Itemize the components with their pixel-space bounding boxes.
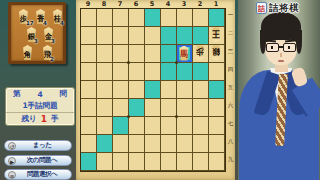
board-square-8-6[interactable]	[97, 99, 113, 117]
board-square-3-2[interactable]	[177, 27, 193, 45]
problem-select-button-label: 問題選択へ	[16, 170, 68, 179]
hoshi-dot	[175, 115, 178, 118]
board-square-4-7[interactable]	[161, 117, 177, 135]
gote-hand-count-金: 3	[51, 38, 55, 44]
board-square-3-1[interactable]	[177, 9, 193, 27]
board-square-3-8[interactable]	[177, 135, 193, 153]
board-square-6-8[interactable]	[129, 135, 145, 153]
board-square-6-7[interactable]	[129, 117, 145, 135]
problem-prefix: 第	[13, 89, 21, 99]
board-square-3-9[interactable]	[177, 153, 193, 171]
logo-title: 詰将棋	[269, 2, 299, 15]
next-problem-button[interactable]: ▶ 次の問題へ	[4, 155, 72, 166]
board-square-7-5[interactable]	[113, 81, 129, 99]
board-square-3-5[interactable]	[177, 81, 193, 99]
undo-icon: ↺	[8, 142, 16, 150]
board-square-1-4[interactable]	[209, 63, 225, 81]
character-panel	[238, 0, 320, 180]
board-square-4-9[interactable]	[161, 153, 177, 171]
board-square-9-6[interactable]	[81, 99, 97, 117]
board-square-5-6[interactable]	[145, 99, 161, 117]
board-square-1-6[interactable]	[209, 99, 225, 117]
logo-icon: 詰	[256, 2, 267, 14]
rank-label-2: 二	[226, 30, 235, 37]
gote-hand-count-歩: 17	[26, 20, 34, 26]
board-square-3-6[interactable]	[177, 99, 193, 117]
board-piece-銀-1-3[interactable]: 銀	[208, 44, 224, 62]
next-icon: ▶	[8, 157, 16, 165]
board-square-7-7[interactable]	[113, 117, 129, 135]
board-square-8-1[interactable]	[97, 9, 113, 27]
hair-side-right	[296, 30, 302, 54]
eye-left	[271, 46, 273, 49]
rank-label-9: 九	[226, 156, 235, 163]
board-square-8-2[interactable]	[97, 27, 113, 45]
board-square-3-4[interactable]	[177, 63, 193, 81]
file-label-6: 6	[128, 0, 144, 8]
board-square-4-5[interactable]	[161, 81, 177, 99]
next-problem-button-label: 次の問題へ	[16, 156, 68, 165]
board-square-7-2[interactable]	[113, 27, 129, 45]
board-square-6-2[interactable]	[129, 27, 145, 45]
board-square-9-9[interactable]	[81, 153, 97, 171]
board-square-2-7[interactable]	[193, 117, 209, 135]
tsume-shogi-app: 歩17香4桂4銀3金3角飛2 金 第 4 問 1手詰問題 残り 1 手 ↺ まっ…	[0, 0, 320, 180]
board-square-6-1[interactable]	[129, 9, 145, 27]
file-label-5: 5	[144, 0, 160, 8]
nose	[280, 53, 282, 57]
board-square-4-2[interactable]	[161, 27, 177, 45]
problem-number: 4	[37, 90, 42, 99]
remaining-count: 1	[41, 114, 47, 124]
board-square-9-4[interactable]	[81, 63, 97, 81]
board-square-4-6[interactable]	[161, 99, 177, 117]
board-square-7-3[interactable]	[113, 45, 129, 63]
file-label-8: 8	[96, 0, 112, 8]
board-square-2-9[interactable]	[193, 153, 209, 171]
file-label-9: 9	[80, 0, 96, 8]
rank-label-3: 三	[226, 48, 235, 55]
board-square-1-8[interactable]	[209, 135, 225, 153]
board-square-2-2[interactable]	[193, 27, 209, 45]
remaining-moves-row: 残り 1 手	[6, 112, 74, 125]
hoshi-dot	[127, 115, 130, 118]
rank-label-8: 八	[226, 138, 235, 145]
board-square-5-2[interactable]	[145, 27, 161, 45]
board-square-7-4[interactable]	[113, 63, 129, 81]
rank-label-4: 四	[226, 66, 235, 73]
menu-icon: ≡	[8, 171, 16, 179]
gote-hand-count-飛: 2	[50, 56, 54, 62]
problem-select-button[interactable]: ≡ 問題選択へ	[4, 169, 72, 180]
board-square-1-7[interactable]	[209, 117, 225, 135]
gote-hand-stand: 歩17香4桂4銀3金3角飛2	[8, 2, 66, 64]
board-square-8-8[interactable]	[97, 135, 113, 153]
board-square-5-7[interactable]	[145, 117, 161, 135]
board-square-1-5[interactable]	[209, 81, 225, 99]
gote-hand-count-銀: 3	[34, 38, 38, 44]
board-square-8-9[interactable]	[97, 153, 113, 171]
board-piece-歩-2-3[interactable]: 歩	[192, 44, 208, 62]
eye-right	[288, 46, 290, 49]
matta-button[interactable]: ↺ まった	[4, 140, 72, 151]
board-square-8-5[interactable]	[97, 81, 113, 99]
problem-suffix: 問	[60, 89, 68, 99]
board-square-2-8[interactable]	[193, 135, 209, 153]
puzzle-info-panel: 第 4 問 1手詰問題 残り 1 手	[5, 87, 75, 126]
board-square-5-9[interactable]	[145, 153, 161, 171]
rank-label-1: 一	[226, 12, 235, 19]
board-square-1-1[interactable]	[209, 9, 225, 27]
board-square-4-1[interactable]	[161, 9, 177, 27]
app-logo: 詰 詰将棋	[256, 1, 299, 15]
board-square-4-8[interactable]	[161, 135, 177, 153]
board-square-2-1[interactable]	[193, 9, 209, 27]
problem-number-row: 第 4 問	[6, 88, 74, 100]
board-square-6-9[interactable]	[129, 153, 145, 171]
board-square-7-9[interactable]	[113, 153, 129, 171]
board-square-5-1[interactable]	[145, 9, 161, 27]
puzzle-type-label: 1手詰問題	[6, 100, 74, 112]
rank-label-7: 七	[226, 120, 235, 127]
board-square-4-4[interactable]	[161, 63, 177, 81]
board-square-6-3[interactable]	[129, 45, 145, 63]
board-square-2-5[interactable]	[193, 81, 209, 99]
board-piece-王-1-2[interactable]: 王	[208, 26, 224, 44]
matta-button-label: まった	[16, 141, 68, 150]
board-piece-馬-3-3[interactable]: 馬	[176, 44, 192, 62]
board-square-8-7[interactable]	[97, 117, 113, 135]
board-square-9-5[interactable]	[81, 81, 97, 99]
file-label-4: 4	[160, 0, 176, 8]
board-square-6-6[interactable]	[129, 99, 145, 117]
glasses-bridge	[278, 46, 284, 48]
board-square-5-5[interactable]	[145, 81, 161, 99]
board-square-6-5[interactable]	[129, 81, 145, 99]
board-square-8-3[interactable]	[97, 45, 113, 63]
board-square-2-6[interactable]	[193, 99, 209, 117]
board-square-3-7[interactable]	[177, 117, 193, 135]
board-square-8-4[interactable]	[97, 63, 113, 81]
board-square-5-3[interactable]	[145, 45, 161, 63]
board-grid	[80, 8, 226, 172]
board-square-7-1[interactable]	[113, 9, 129, 27]
board-square-7-6[interactable]	[113, 99, 129, 117]
mouth	[278, 60, 284, 62]
file-label-7: 7	[112, 0, 128, 8]
file-label-1: 1	[208, 0, 224, 8]
gote-hand-count-桂: 4	[60, 20, 64, 26]
board-square-6-4[interactable]	[129, 63, 145, 81]
board-square-9-7[interactable]	[81, 117, 97, 135]
remaining-prefix: 残り	[22, 114, 37, 124]
gote-hand-piece-角: 角	[21, 45, 34, 60]
board-square-9-2[interactable]	[81, 27, 97, 45]
hoshi-dot	[127, 61, 130, 64]
remaining-suffix: 手	[51, 114, 59, 124]
board-square-1-9[interactable]	[209, 153, 225, 171]
board-square-7-8[interactable]	[113, 135, 129, 153]
rank-label-5: 五	[226, 84, 235, 91]
board-square-9-3[interactable]	[81, 45, 97, 63]
rank-label-6: 六	[226, 102, 235, 109]
gote-hand-count-香: 4	[43, 20, 47, 26]
board-square-5-4[interactable]	[145, 63, 161, 81]
board-square-5-8[interactable]	[145, 135, 161, 153]
board-square-9-8[interactable]	[81, 135, 97, 153]
board-square-4-3[interactable]	[161, 45, 177, 63]
file-label-2: 2	[192, 0, 208, 8]
board-square-9-1[interactable]	[81, 9, 97, 27]
file-label-3: 3	[176, 0, 192, 8]
board-square-2-4[interactable]	[193, 63, 209, 81]
